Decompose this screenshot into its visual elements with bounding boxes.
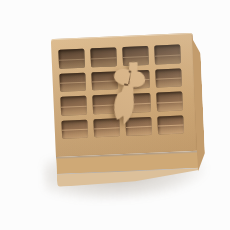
compartment-cell: [157, 115, 184, 135]
compartment-inner-wall: [61, 105, 87, 115]
compartment-inner-wall: [62, 129, 88, 139]
product-photo-stage: [0, 0, 230, 230]
compartment-cell: [60, 96, 87, 116]
compartment-inner-wall: [158, 125, 184, 135]
compartment-inner-wall: [94, 127, 120, 137]
compartment-inner-wall: [156, 78, 182, 88]
compartment-cell: [58, 49, 85, 69]
compartment-cell: [61, 119, 88, 139]
compartment-inner-wall: [155, 54, 181, 64]
box-lid: [51, 33, 198, 157]
compartment-inner-wall: [157, 101, 183, 111]
box-front-side: [56, 151, 199, 187]
kraft-box: [51, 33, 199, 187]
compartment-inner-wall: [60, 82, 86, 92]
compartment-cell: [156, 91, 183, 111]
compartment-cell: [59, 72, 86, 92]
compartment-cell: [154, 45, 181, 65]
compartment-inner-wall: [59, 58, 85, 68]
compartment-cell: [155, 68, 182, 88]
